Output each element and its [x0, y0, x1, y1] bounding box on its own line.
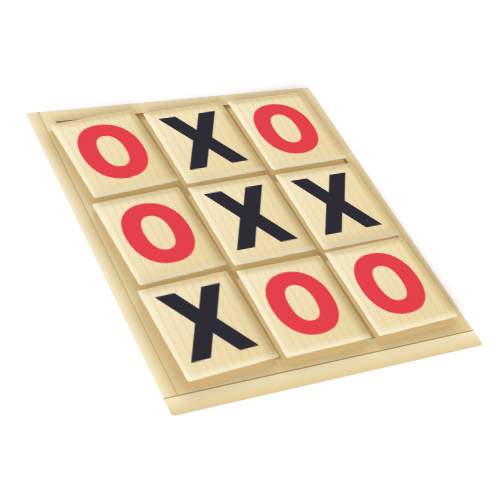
board-recess: OXOOXXXOO [56, 97, 454, 379]
tictactoe-board: OXOOXXXOO [39, 88, 472, 395]
product-photo: OXOOXXXOO [0, 0, 500, 500]
